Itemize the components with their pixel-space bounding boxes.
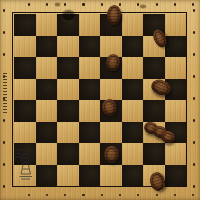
board-square[interactable] [165, 36, 187, 58]
board-square[interactable] [36, 100, 58, 122]
board-square[interactable] [36, 57, 58, 79]
frame-dot [193, 9, 195, 12]
frame-dot [46, 3, 48, 6]
checkers-board-photo [0, 0, 200, 200]
board-square[interactable] [122, 79, 144, 101]
board-square[interactable] [79, 122, 101, 144]
frame-dot [193, 185, 195, 188]
frame-dot [3, 53, 5, 56]
board-square[interactable] [122, 100, 144, 122]
frame-dot [82, 194, 84, 197]
board-square[interactable] [79, 57, 101, 79]
frame-dot [119, 3, 121, 6]
board-square[interactable] [57, 79, 79, 101]
board-square[interactable] [122, 36, 144, 58]
frame-dot [192, 3, 194, 6]
frame-dot [101, 194, 103, 197]
wood-knot [54, 2, 61, 7]
frame-dot [119, 194, 121, 197]
board-square[interactable] [14, 79, 36, 101]
frame-dot [193, 97, 195, 100]
frame-dot [193, 163, 195, 166]
board-square[interactable] [165, 14, 187, 36]
board-square[interactable] [57, 57, 79, 79]
board-square[interactable] [36, 122, 58, 144]
board-square[interactable] [122, 57, 144, 79]
board-square[interactable] [122, 14, 144, 36]
frame-dot [193, 119, 195, 122]
board-square[interactable] [122, 143, 144, 165]
frame-dot [174, 3, 176, 6]
board-square[interactable] [122, 165, 144, 187]
frame-dot [156, 3, 158, 6]
maker-text-vertical [3, 73, 7, 113]
board-square[interactable] [165, 143, 187, 165]
frame-dot [64, 194, 66, 197]
frame-dot [192, 194, 194, 197]
frame-dot [174, 194, 176, 197]
board-square[interactable] [36, 14, 58, 36]
frame-dot [3, 9, 5, 12]
board-square[interactable] [165, 57, 187, 79]
board-square[interactable] [100, 165, 122, 187]
board-square[interactable] [14, 122, 36, 144]
frame-dot [64, 3, 66, 6]
board-square[interactable] [57, 143, 79, 165]
board-square[interactable] [100, 122, 122, 144]
board-square[interactable] [122, 122, 144, 144]
board-square[interactable] [79, 36, 101, 58]
board-square[interactable] [165, 165, 187, 187]
frame-dot [82, 3, 84, 6]
board-square[interactable] [165, 100, 187, 122]
board-square[interactable] [143, 57, 165, 79]
board-square[interactable] [36, 165, 58, 187]
board-square[interactable] [36, 79, 58, 101]
frame-dot [46, 194, 48, 197]
board-square[interactable] [14, 57, 36, 79]
frame-dot [3, 31, 5, 34]
frame-dot [101, 3, 103, 6]
frame-dot [156, 194, 158, 197]
frame-dot [193, 53, 195, 56]
board-square[interactable] [36, 36, 58, 58]
frame-dot [28, 3, 30, 6]
wood-knot [139, 4, 147, 9]
board-square[interactable] [79, 14, 101, 36]
frame-dot [3, 185, 5, 188]
board-square[interactable] [14, 36, 36, 58]
board-square[interactable] [57, 100, 79, 122]
frame-dot [137, 194, 139, 197]
board-square[interactable] [79, 165, 101, 187]
frame-dot [3, 141, 5, 144]
board-square[interactable] [143, 100, 165, 122]
board-square[interactable] [36, 143, 58, 165]
frame-dot [193, 75, 195, 78]
board-square[interactable] [79, 143, 101, 165]
board-square[interactable] [14, 14, 36, 36]
board-square[interactable] [14, 100, 36, 122]
frame-dot [193, 141, 195, 144]
board-square[interactable] [79, 100, 101, 122]
board-square[interactable] [100, 79, 122, 101]
frame-dot [193, 31, 195, 34]
maker-stamp-icon [14, 147, 36, 185]
frame-dot [28, 194, 30, 197]
checker-piece-dark[interactable] [104, 146, 119, 163]
frame-dot [3, 119, 5, 122]
board-square[interactable] [143, 143, 165, 165]
board-square[interactable] [79, 79, 101, 101]
frame-dot [3, 163, 5, 166]
board-square[interactable] [57, 36, 79, 58]
dark-square-sheen [61, 9, 76, 22]
board-square[interactable] [57, 122, 79, 144]
board-square[interactable] [57, 165, 79, 187]
